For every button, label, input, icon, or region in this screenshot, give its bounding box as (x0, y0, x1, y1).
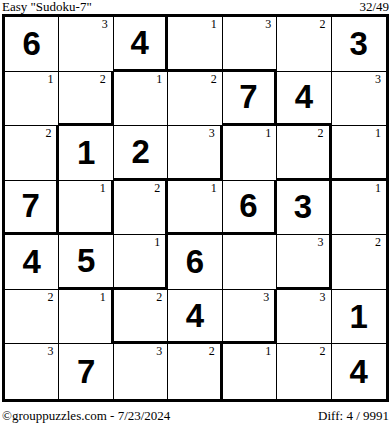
pencil-mark: 1 (265, 127, 271, 140)
cell-r2c2[interactable]: 2 (59, 72, 113, 127)
cell-r4c5[interactable]: 6 (223, 181, 277, 236)
cell-r1c3[interactable]: 4 (114, 17, 168, 72)
pencil-mark: 2 (47, 291, 53, 304)
given-digit: 4 (114, 17, 165, 69)
cell-r2c5[interactable]: 7 (223, 72, 277, 127)
pencil-mark: 1 (154, 236, 160, 249)
given-digit: 6 (223, 181, 274, 233)
given-digit: 6 (5, 17, 58, 71)
cell-r5c4[interactable]: 6 (168, 235, 222, 290)
cell-r1c6[interactable]: 2 (277, 17, 331, 72)
pencil-mark: 2 (211, 73, 217, 86)
given-digit: 2 (114, 126, 167, 178)
cell-r5c5[interactable] (223, 235, 277, 290)
cell-r3c3[interactable]: 2 (114, 126, 168, 181)
cell-r2c7[interactable]: 3 (332, 72, 386, 127)
cell-r4c6[interactable]: 3 (277, 181, 331, 236)
cell-r1c4[interactable]: 1 (168, 17, 222, 72)
pencil-mark: 3 (47, 345, 53, 358)
pencil-mark: 1 (100, 182, 106, 195)
given-digit: 7 (223, 72, 274, 124)
copyright-text: ©grouppuzzles.com - 7/23/2024 (2, 408, 170, 424)
pencil-mark: 3 (209, 127, 215, 140)
cell-r4c7[interactable]: 1 (332, 181, 386, 236)
cell-r6c1[interactable]: 2 (5, 290, 59, 345)
footer: ©grouppuzzles.com - 7/23/2024 Diff: 4 / … (2, 408, 389, 424)
cell-r4c1[interactable]: 7 (5, 181, 59, 236)
cell-r4c3[interactable]: 2 (114, 181, 168, 236)
pencil-mark: 2 (209, 345, 215, 358)
pencil-mark: 1 (265, 345, 271, 358)
cell-r7c6[interactable]: 2 (277, 344, 331, 399)
pencil-mark: 1 (375, 127, 381, 140)
given-digit: 5 (59, 235, 112, 287)
cell-r7c1[interactable]: 3 (5, 344, 59, 399)
cell-r5c3[interactable]: 1 (114, 235, 168, 290)
pencil-mark: 3 (320, 291, 326, 304)
pencil-mark: 2 (320, 345, 326, 358)
cell-r1c1[interactable]: 6 (5, 17, 59, 72)
cell-r4c4[interactable]: 1 (168, 181, 222, 236)
cell-r3c5[interactable]: 1 (223, 126, 277, 181)
cell-r2c6[interactable]: 4 (277, 72, 331, 127)
pencil-mark: 1 (100, 291, 106, 304)
cell-r3c4[interactable]: 3 (168, 126, 222, 181)
pencil-mark: 1 (211, 18, 217, 31)
cell-r7c2[interactable]: 7 (59, 344, 113, 399)
pencil-mark: 2 (100, 73, 106, 86)
given-digit: 3 (277, 181, 328, 235)
pencil-mark: 1 (156, 73, 162, 86)
cell-r6c7[interactable]: 1 (332, 290, 386, 345)
pencil-mark: 3 (263, 291, 269, 304)
cell-r1c7[interactable]: 3 (332, 17, 386, 72)
pencil-mark: 3 (102, 18, 108, 31)
cell-r7c5[interactable]: 1 (223, 344, 277, 399)
pencil-mark: 2 (320, 18, 326, 31)
cell-r3c2[interactable]: 1 (59, 126, 113, 181)
pencil-mark: 1 (211, 182, 217, 195)
pencil-mark: 3 (375, 73, 381, 86)
cell-r6c6[interactable]: 3 (277, 290, 331, 345)
cell-r2c3[interactable]: 1 (114, 72, 168, 127)
pencil-mark: 2 (318, 127, 324, 140)
cell-r6c4[interactable]: 4 (168, 290, 222, 345)
given-digit: 7 (59, 344, 112, 399)
difficulty-text: Diff: 4 / 9991 (318, 408, 389, 424)
cell-r1c2[interactable]: 3 (59, 17, 113, 72)
pencil-mark: 1 (47, 73, 53, 86)
header: Easy "Sudoku-7" 32/49 (2, 0, 389, 14)
given-digit: 4 (5, 235, 58, 289)
given-digit: 3 (332, 17, 386, 71)
cell-r5c2[interactable]: 5 (59, 235, 113, 290)
cell-r3c6[interactable]: 2 (277, 126, 331, 181)
cell-r2c4[interactable]: 2 (168, 72, 222, 127)
page-title: Easy "Sudoku-7" (2, 0, 92, 13)
given-digit: 1 (332, 290, 386, 344)
cell-r3c7[interactable]: 1 (332, 126, 386, 181)
cell-r1c5[interactable]: 3 (223, 17, 277, 72)
given-digit: 4 (332, 344, 386, 399)
puzzle-page: Easy "Sudoku-7" 32/49 634132312127432123… (0, 0, 391, 426)
given-digit: 4 (168, 290, 221, 342)
cell-r4c2[interactable]: 1 (59, 181, 113, 236)
cell-r5c6[interactable]: 3 (277, 235, 331, 290)
sudoku-board: 6341323121274321231217121631451632212433… (2, 14, 389, 402)
cell-r6c2[interactable]: 1 (59, 290, 113, 345)
progress-counter: 32/49 (359, 0, 389, 13)
given-digit: 6 (168, 235, 221, 289)
cell-r7c7[interactable]: 4 (332, 344, 386, 399)
cell-r2c1[interactable]: 1 (5, 72, 59, 127)
cell-r6c5[interactable]: 3 (223, 290, 277, 345)
pencil-mark: 2 (375, 236, 381, 249)
cell-r7c3[interactable]: 3 (114, 344, 168, 399)
cell-r7c4[interactable]: 2 (168, 344, 222, 399)
pencil-mark: 3 (318, 236, 324, 249)
cell-r3c1[interactable]: 2 (5, 126, 59, 181)
cell-r6c3[interactable]: 2 (114, 290, 168, 345)
pencil-mark: 1 (375, 182, 381, 195)
given-digit: 7 (5, 181, 56, 233)
pencil-mark: 2 (45, 127, 51, 140)
pencil-mark: 2 (156, 291, 162, 304)
pencil-mark: 3 (156, 345, 162, 358)
cell-r5c7[interactable]: 2 (332, 235, 386, 290)
given-digit: 1 (59, 126, 112, 180)
cell-r5c1[interactable]: 4 (5, 235, 59, 290)
given-digit: 4 (277, 72, 330, 124)
pencil-mark: 2 (154, 182, 160, 195)
pencil-mark: 3 (265, 18, 271, 31)
